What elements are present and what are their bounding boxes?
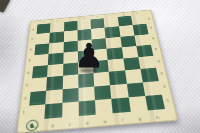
photo-scene: abcdefgh abcdefgh 87654321 87654321 ♞ ♟ (0, 0, 200, 133)
coord-label: 4 (154, 55, 163, 68)
square-f2 (110, 83, 128, 98)
coord-label: d (79, 120, 97, 126)
square-b1 (45, 103, 62, 119)
square-h1 (145, 94, 165, 110)
coord-label: 2 (21, 92, 29, 106)
square-a1 (28, 104, 46, 120)
square-e2 (94, 85, 111, 100)
coord-label: h (149, 115, 168, 121)
black-pawn: ♟ (74, 37, 104, 71)
coord-label: 3 (23, 79, 31, 92)
dark-corner-object (0, 0, 11, 13)
coord-label: e (96, 119, 114, 125)
coord-label: f (113, 117, 131, 123)
coord-label: 6 (149, 33, 157, 44)
coord-label: g (131, 116, 149, 122)
square-c2 (62, 88, 78, 103)
square-h2 (143, 81, 162, 96)
square-d2 (78, 86, 95, 101)
coord-label: 8 (145, 14, 153, 24)
square-d1 (78, 100, 95, 116)
coord-label: 6 (27, 44, 34, 55)
coord-label: 5 (26, 55, 33, 67)
coord-label: b (44, 123, 61, 129)
square-b2 (46, 89, 63, 104)
coord-label: 4 (25, 67, 32, 80)
coord-label: c (61, 122, 78, 128)
square-f1 (112, 97, 131, 113)
square-c1 (62, 101, 79, 117)
square-e1 (95, 99, 113, 115)
coord-label: 1 (20, 106, 28, 121)
coord-label: 7 (147, 23, 155, 34)
coord-label: 5 (152, 44, 161, 56)
knight-circle-logo: ♞ (26, 119, 39, 131)
